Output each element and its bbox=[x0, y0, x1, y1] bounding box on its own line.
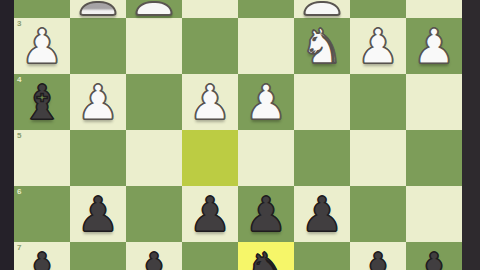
black-bishop-h4[interactable]: ♝ bbox=[14, 74, 70, 130]
square-f3[interactable] bbox=[126, 18, 182, 74]
square-a6[interactable] bbox=[406, 186, 462, 242]
square-b7[interactable]: ♟ bbox=[350, 242, 406, 270]
square-f7[interactable]: ♟ bbox=[126, 242, 182, 270]
square-f4[interactable] bbox=[126, 74, 182, 130]
square-e6[interactable]: ♟ bbox=[182, 186, 238, 242]
square-f2[interactable] bbox=[126, 0, 182, 18]
square-h3[interactable]: 3♟ bbox=[14, 18, 70, 74]
black-knight-d7[interactable]: ♞ bbox=[238, 242, 294, 270]
white-pawn-g4[interactable]: ♟ bbox=[70, 74, 126, 130]
cutoff-white-piece-base-c2[interactable] bbox=[304, 1, 341, 16]
square-e4[interactable]: ♟ bbox=[182, 74, 238, 130]
white-pawn-h3[interactable]: ♟ bbox=[14, 18, 70, 74]
square-e3[interactable] bbox=[182, 18, 238, 74]
square-g3[interactable] bbox=[70, 18, 126, 74]
black-pawn-a7[interactable]: ♟ bbox=[406, 242, 462, 270]
chess-board: 3♟♞♟♟4♝♟♟♟56♟♟♟♟7♟♟♞♟♟ bbox=[14, 0, 462, 270]
square-a5[interactable] bbox=[406, 130, 462, 186]
rank-label-5: 5 bbox=[17, 131, 21, 140]
square-g2[interactable] bbox=[70, 0, 126, 18]
rank-row-5: 5 bbox=[14, 130, 462, 186]
square-b3[interactable]: ♟ bbox=[350, 18, 406, 74]
square-h7[interactable]: 7♟ bbox=[14, 242, 70, 270]
black-pawn-f7[interactable]: ♟ bbox=[126, 242, 182, 270]
square-c3[interactable]: ♞ bbox=[294, 18, 350, 74]
black-pawn-e6[interactable]: ♟ bbox=[182, 186, 238, 242]
rank-row-7: 7♟♟♞♟♟ bbox=[14, 242, 462, 270]
square-d3[interactable] bbox=[238, 18, 294, 74]
black-pawn-h7[interactable]: ♟ bbox=[14, 242, 70, 270]
square-d6[interactable]: ♟ bbox=[238, 186, 294, 242]
square-d4[interactable]: ♟ bbox=[238, 74, 294, 130]
cutoff-white-piece-base-g2[interactable] bbox=[80, 1, 117, 16]
square-g7[interactable] bbox=[70, 242, 126, 270]
white-knight-c3[interactable]: ♞ bbox=[294, 18, 350, 74]
square-d7[interactable]: ♞ bbox=[238, 242, 294, 270]
rank-row-3: 3♟♞♟♟ bbox=[14, 18, 462, 74]
black-pawn-b7[interactable]: ♟ bbox=[350, 242, 406, 270]
white-pawn-e4[interactable]: ♟ bbox=[182, 74, 238, 130]
square-e5[interactable] bbox=[182, 130, 238, 186]
square-g4[interactable]: ♟ bbox=[70, 74, 126, 130]
square-f6[interactable] bbox=[126, 186, 182, 242]
rank-row-2 bbox=[14, 0, 462, 18]
letterbox-right bbox=[462, 0, 480, 270]
square-a2[interactable] bbox=[406, 0, 462, 18]
square-h6[interactable]: 6 bbox=[14, 186, 70, 242]
square-h2[interactable] bbox=[14, 0, 70, 18]
square-d5[interactable] bbox=[238, 130, 294, 186]
square-c4[interactable] bbox=[294, 74, 350, 130]
square-b2[interactable] bbox=[350, 0, 406, 18]
square-h5[interactable]: 5 bbox=[14, 130, 70, 186]
square-c6[interactable]: ♟ bbox=[294, 186, 350, 242]
rank-row-4: 4♝♟♟♟ bbox=[14, 74, 462, 130]
square-d2[interactable] bbox=[238, 0, 294, 18]
white-pawn-b3[interactable]: ♟ bbox=[350, 18, 406, 74]
square-c7[interactable] bbox=[294, 242, 350, 270]
square-a3[interactable]: ♟ bbox=[406, 18, 462, 74]
white-pawn-d4[interactable]: ♟ bbox=[238, 74, 294, 130]
letterbox-left bbox=[0, 0, 14, 270]
square-b4[interactable] bbox=[350, 74, 406, 130]
cutoff-white-piece-base-f2[interactable] bbox=[136, 1, 173, 16]
square-a4[interactable] bbox=[406, 74, 462, 130]
square-h4[interactable]: 4♝ bbox=[14, 74, 70, 130]
square-g6[interactable]: ♟ bbox=[70, 186, 126, 242]
square-g5[interactable] bbox=[70, 130, 126, 186]
rank-label-3: 3 bbox=[17, 19, 21, 28]
square-e2[interactable] bbox=[182, 0, 238, 18]
rank-label-4: 4 bbox=[17, 75, 21, 84]
black-pawn-d6[interactable]: ♟ bbox=[238, 186, 294, 242]
white-pawn-a3[interactable]: ♟ bbox=[406, 18, 462, 74]
square-f5[interactable] bbox=[126, 130, 182, 186]
square-a7[interactable]: ♟ bbox=[406, 242, 462, 270]
square-b5[interactable] bbox=[350, 130, 406, 186]
rank-row-6: 6♟♟♟♟ bbox=[14, 186, 462, 242]
square-e7[interactable] bbox=[182, 242, 238, 270]
square-b6[interactable] bbox=[350, 186, 406, 242]
rank-label-6: 6 bbox=[17, 187, 21, 196]
rank-label-7: 7 bbox=[17, 243, 21, 252]
black-pawn-c6[interactable]: ♟ bbox=[294, 186, 350, 242]
square-c5[interactable] bbox=[294, 130, 350, 186]
black-pawn-g6[interactable]: ♟ bbox=[70, 186, 126, 242]
square-c2[interactable] bbox=[294, 0, 350, 18]
